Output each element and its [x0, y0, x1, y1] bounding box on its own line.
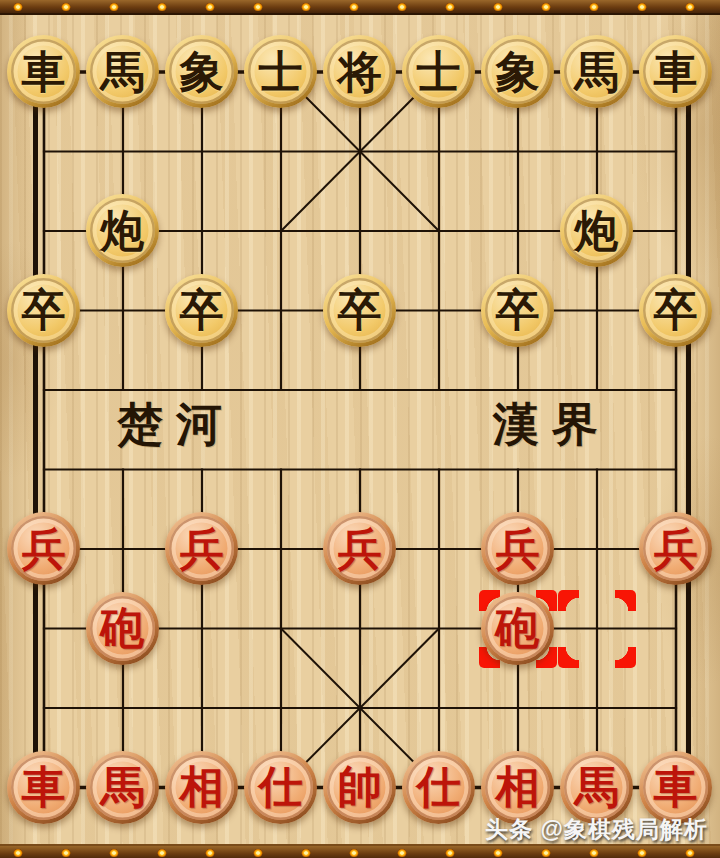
board-point-i7[interactable] [636, 191, 715, 271]
top-rail [0, 0, 720, 15]
board-point-b8[interactable] [83, 112, 162, 192]
board-point-e8[interactable] [320, 112, 399, 192]
red-cannon[interactable]: 砲 [86, 592, 159, 665]
board-point-e1[interactable] [320, 668, 399, 748]
board-point-f5[interactable] [399, 350, 478, 430]
black-elephant-glyph: 象 [180, 49, 224, 95]
board-point-c9[interactable]: 象 [162, 32, 241, 112]
board-point-e9[interactable]: 将 [320, 32, 399, 112]
board-point-i4[interactable] [636, 430, 715, 510]
black-elephant-glyph: 象 [496, 49, 540, 95]
board-point-i6[interactable]: 卒 [636, 271, 715, 351]
board-point-a2[interactable] [4, 589, 83, 669]
black-soldier-glyph: 卒 [654, 287, 698, 333]
board-point-f7[interactable] [399, 191, 478, 271]
board-point-f6[interactable] [399, 271, 478, 351]
watermark: 头条 @象棋残局解析 [485, 814, 708, 845]
board-point-a7[interactable] [4, 191, 83, 271]
board-point-e6[interactable]: 卒 [320, 271, 399, 351]
board-point-c4[interactable] [162, 430, 241, 510]
crosshair-tr-mark [599, 613, 613, 627]
board-point-a1[interactable] [4, 668, 83, 748]
red-soldier-glyph: 兵 [654, 526, 698, 572]
red-advisor-glyph: 仕 [417, 764, 461, 810]
black-horse-glyph: 馬 [101, 49, 145, 95]
black-advisor-glyph: 士 [259, 49, 303, 95]
red-horse[interactable]: 馬 [560, 751, 633, 824]
board-point-d8[interactable] [241, 112, 320, 192]
board-point-h8[interactable] [557, 112, 636, 192]
board-point-g9[interactable]: 象 [478, 32, 557, 112]
board-point-a5[interactable] [4, 350, 83, 430]
board-point-i8[interactable] [636, 112, 715, 192]
red-chariot[interactable]: 車 [7, 751, 80, 824]
board-point-b4[interactable] [83, 430, 162, 510]
board-point-a0[interactable]: 車 [4, 748, 83, 828]
black-chariot[interactable]: 車 [639, 35, 712, 108]
black-soldier[interactable]: 卒 [323, 274, 396, 347]
black-cannon[interactable]: 炮 [560, 194, 633, 267]
red-chariot-glyph: 車 [22, 764, 66, 810]
black-general-glyph: 将 [338, 49, 382, 95]
board-point-a8[interactable] [4, 112, 83, 192]
black-elephant[interactable]: 象 [165, 35, 238, 108]
red-advisor-glyph: 仕 [259, 764, 303, 810]
board-point-b5[interactable] [83, 350, 162, 430]
black-elephant[interactable]: 象 [481, 35, 554, 108]
board-point-a6[interactable]: 卒 [4, 271, 83, 351]
board-point-i9[interactable]: 車 [636, 32, 715, 112]
red-cannon[interactable]: 砲 [481, 592, 554, 665]
red-advisor[interactable]: 仕 [244, 751, 317, 824]
board-point-g4[interactable] [478, 430, 557, 510]
board-point-d2[interactable] [241, 589, 320, 669]
black-horse-glyph: 馬 [575, 49, 619, 95]
board-point-g1[interactable] [478, 668, 557, 748]
board-point-e2[interactable] [320, 589, 399, 669]
board-point-c7[interactable] [162, 191, 241, 271]
black-chariot-glyph: 車 [22, 49, 66, 95]
black-soldier[interactable]: 卒 [165, 274, 238, 347]
board-point-f1[interactable] [399, 668, 478, 748]
red-horse-glyph: 馬 [575, 764, 619, 810]
board-point-a3[interactable]: 兵 [4, 509, 83, 589]
board-point-h4[interactable] [557, 430, 636, 510]
board-point-e7[interactable] [320, 191, 399, 271]
board-point-b1[interactable] [83, 668, 162, 748]
board-point-h1[interactable] [557, 668, 636, 748]
board-point-f4[interactable] [399, 430, 478, 510]
red-horse-glyph: 馬 [101, 764, 145, 810]
red-soldier-glyph: 兵 [180, 526, 224, 572]
red-cannon-glyph: 砲 [496, 605, 540, 651]
black-soldier-glyph: 卒 [496, 287, 540, 333]
board-point-b7[interactable]: 炮 [83, 191, 162, 271]
xiangqi-board: 車馬象士将士象馬車炮炮卒卒卒卒卒兵兵兵兵兵砲砲車馬相仕帥仕相馬車 [4, 32, 715, 827]
board-point-b2[interactable]: 砲 [83, 589, 162, 669]
board-point-i1[interactable] [636, 668, 715, 748]
board-point-d7[interactable] [241, 191, 320, 271]
board-point-e5[interactable] [320, 350, 399, 430]
red-chariot[interactable]: 車 [639, 751, 712, 824]
crosshair-bl-mark [581, 631, 595, 645]
red-chariot-glyph: 車 [654, 764, 698, 810]
board-point-d6[interactable] [241, 271, 320, 351]
xiangqi-app: 楚河 漢界 車馬象士将士象馬車炮炮卒卒卒卒卒兵兵兵兵兵砲砲車馬相仕帥仕相馬車 头… [0, 0, 720, 858]
board-point-d5[interactable] [241, 350, 320, 430]
board-point-e4[interactable] [320, 430, 399, 510]
black-cannon-glyph: 炮 [575, 208, 619, 254]
red-soldier-glyph: 兵 [338, 526, 382, 572]
board-point-a4[interactable] [4, 430, 83, 510]
board-point-b6[interactable] [83, 271, 162, 351]
black-soldier[interactable]: 卒 [7, 274, 80, 347]
board-point-c8[interactable] [162, 112, 241, 192]
board-point-g6[interactable]: 卒 [478, 271, 557, 351]
board-point-b3[interactable] [83, 509, 162, 589]
red-elephant-glyph: 相 [180, 764, 224, 810]
board-point-c1[interactable] [162, 668, 241, 748]
board-point-d4[interactable] [241, 430, 320, 510]
board-point-e0[interactable]: 帥 [320, 748, 399, 828]
crosshair-cursor [581, 613, 613, 645]
bottom-rail-studs [0, 846, 720, 858]
board-point-c2[interactable] [162, 589, 241, 669]
crosshair-br-mark [599, 631, 613, 645]
board-point-d3[interactable] [241, 509, 320, 589]
black-chariot[interactable]: 車 [7, 35, 80, 108]
board-point-i3[interactable]: 兵 [636, 509, 715, 589]
red-soldier[interactable]: 兵 [323, 512, 396, 585]
red-soldier-glyph: 兵 [496, 526, 540, 572]
red-soldier[interactable]: 兵 [639, 512, 712, 585]
board-point-a9[interactable]: 車 [4, 32, 83, 112]
red-elephant-glyph: 相 [496, 764, 540, 810]
red-soldier[interactable]: 兵 [7, 512, 80, 585]
red-soldier[interactable]: 兵 [481, 512, 554, 585]
board-point-e3[interactable]: 兵 [320, 509, 399, 589]
board-point-c3[interactable]: 兵 [162, 509, 241, 589]
board-point-g2[interactable]: 砲 [478, 589, 557, 669]
red-advisor[interactable]: 仕 [402, 751, 475, 824]
top-rail-studs [0, 0, 720, 13]
board-point-c0[interactable]: 相 [162, 748, 241, 828]
board-point-f3[interactable] [399, 509, 478, 589]
black-general[interactable]: 将 [323, 35, 396, 108]
red-horse[interactable]: 馬 [86, 751, 159, 824]
black-soldier-glyph: 卒 [180, 287, 224, 333]
black-advisor[interactable]: 士 [402, 35, 475, 108]
board-point-f9[interactable]: 士 [399, 32, 478, 112]
black-soldier-glyph: 卒 [338, 287, 382, 333]
black-horse[interactable]: 馬 [86, 35, 159, 108]
black-cannon-glyph: 炮 [101, 208, 145, 254]
board-point-d9[interactable]: 士 [241, 32, 320, 112]
red-general-glyph: 帥 [338, 764, 382, 810]
board-point-f8[interactable] [399, 112, 478, 192]
board-point-b0[interactable]: 馬 [83, 748, 162, 828]
board-point-g3[interactable]: 兵 [478, 509, 557, 589]
red-cannon-glyph: 砲 [101, 605, 145, 651]
black-chariot-glyph: 車 [654, 49, 698, 95]
board-point-c5[interactable] [162, 350, 241, 430]
board-point-h7[interactable]: 炮 [557, 191, 636, 271]
black-advisor-glyph: 士 [417, 49, 461, 95]
board-point-c6[interactable]: 卒 [162, 271, 241, 351]
red-soldier[interactable]: 兵 [165, 512, 238, 585]
board-point-h9[interactable]: 馬 [557, 32, 636, 112]
board-point-g8[interactable] [478, 112, 557, 192]
bottom-rail [0, 844, 720, 858]
board-point-i5[interactable] [636, 350, 715, 430]
board-point-h3[interactable] [557, 509, 636, 589]
board-point-d1[interactable] [241, 668, 320, 748]
black-advisor[interactable]: 士 [244, 35, 317, 108]
board-point-b9[interactable]: 馬 [83, 32, 162, 112]
board-point-g7[interactable] [478, 191, 557, 271]
board-point-g5[interactable] [478, 350, 557, 430]
board-point-f0[interactable]: 仕 [399, 748, 478, 828]
board-point-d0[interactable]: 仕 [241, 748, 320, 828]
board-point-f2[interactable] [399, 589, 478, 669]
black-cannon[interactable]: 炮 [86, 194, 159, 267]
black-soldier[interactable]: 卒 [639, 274, 712, 347]
red-elephant[interactable]: 相 [481, 751, 554, 824]
red-general[interactable]: 帥 [323, 751, 396, 824]
board-point-i2[interactable] [636, 589, 715, 669]
board-point-h6[interactable] [557, 271, 636, 351]
black-soldier-glyph: 卒 [22, 287, 66, 333]
black-soldier[interactable]: 卒 [481, 274, 554, 347]
crosshair-tl-mark [581, 613, 595, 627]
board-point-h5[interactable] [557, 350, 636, 430]
red-soldier-glyph: 兵 [22, 526, 66, 572]
black-horse[interactable]: 馬 [560, 35, 633, 108]
red-elephant[interactable]: 相 [165, 751, 238, 824]
